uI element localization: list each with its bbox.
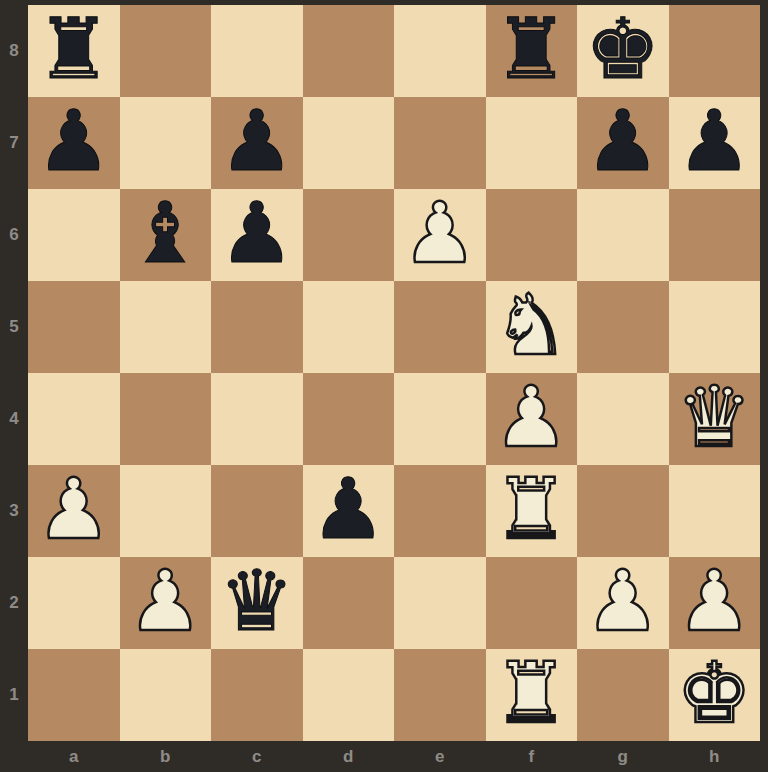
- rank-labels: 87654321: [0, 5, 28, 741]
- file-label-f: f: [486, 741, 578, 772]
- square-h5[interactable]: [669, 281, 761, 373]
- square-b7[interactable]: [120, 97, 212, 189]
- square-a8[interactable]: ♜: [28, 5, 120, 97]
- rank-label-4: 4: [0, 373, 28, 465]
- rank-label-1: 1: [0, 649, 28, 741]
- white-pawn-piece[interactable]: ♟: [677, 559, 752, 643]
- white-pawn-piece[interactable]: ♟: [128, 559, 203, 643]
- square-f3[interactable]: ♜: [486, 465, 578, 557]
- rank-label-6: 6: [0, 189, 28, 281]
- square-b5[interactable]: [120, 281, 212, 373]
- black-rook-piece[interactable]: ♜: [494, 7, 569, 91]
- square-f5[interactable]: ♞: [486, 281, 578, 373]
- rank-label-5: 5: [0, 281, 28, 373]
- square-g6[interactable]: [577, 189, 669, 281]
- square-f7[interactable]: [486, 97, 578, 189]
- square-b2[interactable]: ♟: [120, 557, 212, 649]
- square-c7[interactable]: ♟: [211, 97, 303, 189]
- black-pawn-piece[interactable]: ♟: [585, 99, 660, 183]
- square-a1[interactable]: [28, 649, 120, 741]
- square-h7[interactable]: ♟: [669, 97, 761, 189]
- file-label-h: h: [669, 741, 761, 772]
- square-g5[interactable]: [577, 281, 669, 373]
- rank-label-2: 2: [0, 557, 28, 649]
- square-e5[interactable]: [394, 281, 486, 373]
- square-b4[interactable]: [120, 373, 212, 465]
- black-pawn-piece[interactable]: ♟: [219, 191, 294, 275]
- square-g4[interactable]: [577, 373, 669, 465]
- square-d6[interactable]: [303, 189, 395, 281]
- board: ♜♜♚♟♟♟♟♝♟♟♞♟♛♟♟♜♟♛♟♟♜♚: [28, 5, 760, 741]
- white-pawn-piece[interactable]: ♟: [585, 559, 660, 643]
- square-d8[interactable]: [303, 5, 395, 97]
- square-a5[interactable]: [28, 281, 120, 373]
- square-e4[interactable]: [394, 373, 486, 465]
- white-king-piece[interactable]: ♚: [677, 651, 752, 735]
- black-bishop-piece[interactable]: ♝: [128, 191, 203, 275]
- square-h4[interactable]: ♛: [669, 373, 761, 465]
- square-h3[interactable]: [669, 465, 761, 557]
- white-queen-piece[interactable]: ♛: [677, 375, 752, 459]
- square-d5[interactable]: [303, 281, 395, 373]
- black-queen-piece[interactable]: ♛: [219, 559, 294, 643]
- black-pawn-piece[interactable]: ♟: [36, 99, 111, 183]
- square-g2[interactable]: ♟: [577, 557, 669, 649]
- square-f1[interactable]: ♜: [486, 649, 578, 741]
- file-label-a: a: [28, 741, 120, 772]
- rank-label-3: 3: [0, 465, 28, 557]
- square-h2[interactable]: ♟: [669, 557, 761, 649]
- square-f6[interactable]: [486, 189, 578, 281]
- white-pawn-piece[interactable]: ♟: [36, 467, 111, 551]
- square-h6[interactable]: [669, 189, 761, 281]
- square-h1[interactable]: ♚: [669, 649, 761, 741]
- square-d4[interactable]: [303, 373, 395, 465]
- square-c3[interactable]: [211, 465, 303, 557]
- square-e1[interactable]: [394, 649, 486, 741]
- white-pawn-piece[interactable]: ♟: [402, 191, 477, 275]
- square-e8[interactable]: [394, 5, 486, 97]
- square-e3[interactable]: [394, 465, 486, 557]
- black-pawn-piece[interactable]: ♟: [677, 99, 752, 183]
- square-b8[interactable]: [120, 5, 212, 97]
- file-label-e: e: [394, 741, 486, 772]
- white-knight-piece[interactable]: ♞: [494, 283, 569, 367]
- square-e7[interactable]: [394, 97, 486, 189]
- square-e6[interactable]: ♟: [394, 189, 486, 281]
- square-g7[interactable]: ♟: [577, 97, 669, 189]
- black-pawn-piece[interactable]: ♟: [219, 99, 294, 183]
- square-d2[interactable]: [303, 557, 395, 649]
- square-g1[interactable]: [577, 649, 669, 741]
- square-c6[interactable]: ♟: [211, 189, 303, 281]
- square-f2[interactable]: [486, 557, 578, 649]
- white-rook-piece[interactable]: ♜: [494, 651, 569, 735]
- chess-board-frame: 87654321 ♜♜♚♟♟♟♟♝♟♟♞♟♛♟♟♜♟♛♟♟♜♚ abcdefgh: [0, 0, 768, 772]
- square-c1[interactable]: [211, 649, 303, 741]
- square-b6[interactable]: ♝: [120, 189, 212, 281]
- rank-label-7: 7: [0, 97, 28, 189]
- square-a4[interactable]: [28, 373, 120, 465]
- rank-label-8: 8: [0, 5, 28, 97]
- square-e2[interactable]: [394, 557, 486, 649]
- square-h8[interactable]: [669, 5, 761, 97]
- square-d7[interactable]: [303, 97, 395, 189]
- black-pawn-piece[interactable]: ♟: [311, 467, 386, 551]
- square-d1[interactable]: [303, 649, 395, 741]
- square-b3[interactable]: [120, 465, 212, 557]
- file-label-c: c: [211, 741, 303, 772]
- file-label-d: d: [303, 741, 395, 772]
- square-f8[interactable]: ♜: [486, 5, 578, 97]
- black-rook-piece[interactable]: ♜: [36, 7, 111, 91]
- white-rook-piece[interactable]: ♜: [494, 467, 569, 551]
- file-label-b: b: [120, 741, 212, 772]
- square-f4[interactable]: ♟: [486, 373, 578, 465]
- square-c2[interactable]: ♛: [211, 557, 303, 649]
- square-a3[interactable]: ♟: [28, 465, 120, 557]
- square-a2[interactable]: [28, 557, 120, 649]
- square-d3[interactable]: ♟: [303, 465, 395, 557]
- black-king-piece[interactable]: ♚: [585, 7, 660, 91]
- square-c4[interactable]: [211, 373, 303, 465]
- square-c8[interactable]: [211, 5, 303, 97]
- white-pawn-piece[interactable]: ♟: [494, 375, 569, 459]
- square-b1[interactable]: [120, 649, 212, 741]
- square-g8[interactable]: ♚: [577, 5, 669, 97]
- file-labels: abcdefgh: [28, 741, 760, 772]
- file-label-g: g: [577, 741, 669, 772]
- square-c5[interactable]: [211, 281, 303, 373]
- square-a6[interactable]: [28, 189, 120, 281]
- square-g3[interactable]: [577, 465, 669, 557]
- square-a7[interactable]: ♟: [28, 97, 120, 189]
